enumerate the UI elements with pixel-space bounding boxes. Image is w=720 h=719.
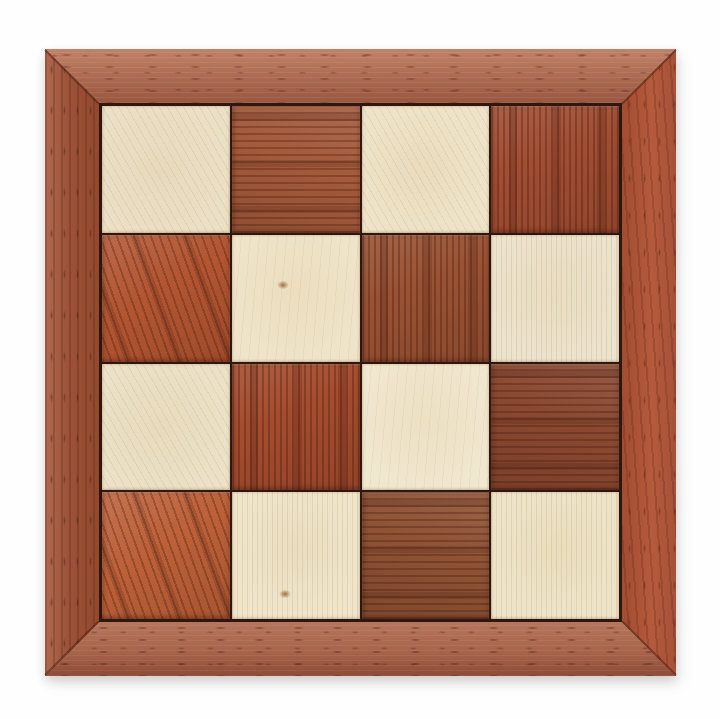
tile-r1c2-dark[interactable] [232,106,360,233]
frame-right-rail [622,49,676,676]
tile-r1c1-light[interactable] [102,106,230,233]
tile-r1c4-dark[interactable] [491,106,619,233]
tile-r2c4-light[interactable] [491,235,619,362]
tile-r3c3-light[interactable] [362,364,490,491]
photo-background [0,0,720,719]
tile-r1c3-light[interactable] [362,106,490,233]
tile-r3c4-dark[interactable] [491,364,619,491]
checkerboard [45,49,676,676]
wood-knot [277,281,289,290]
tile-r4c3-dark[interactable] [362,492,490,619]
tile-r3c2-dark[interactable] [232,364,360,491]
tile-r2c3-dark[interactable] [362,235,490,362]
tile-r2c2-light[interactable] [232,235,360,362]
frame-left-rail [45,49,99,676]
tile-r3c1-light[interactable] [102,364,230,491]
wood-knot [279,589,291,598]
tile-r4c1-dark[interactable] [102,492,230,619]
frame-top-rail [45,49,676,103]
tile-r4c4-light[interactable] [491,492,619,619]
tile-grid [99,103,622,622]
frame-bottom-rail [45,622,676,676]
tile-r2c1-dark[interactable] [102,235,230,362]
tile-r4c2-light[interactable] [232,492,360,619]
